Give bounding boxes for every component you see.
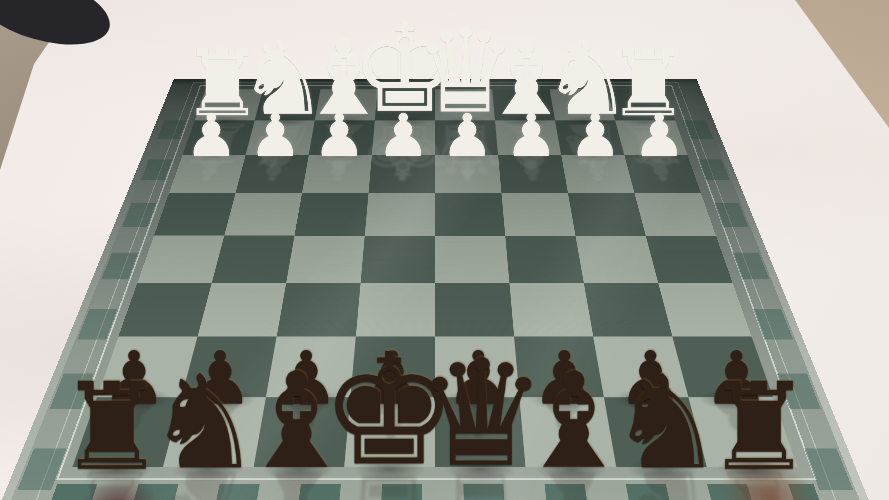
square-a8[interactable]: ♜♜ [689, 397, 798, 467]
piece-black-rook-a8[interactable]: ♜ [655, 367, 862, 487]
piece-white-pawn-a2[interactable]: ♟ [587, 106, 730, 165]
photo-scene: ♜♜♞♞♝♝♚♚♛♛♝♝♞♞♜♜♟♟♟♟♟♟♟♟♟♟♟♟♟♟♟♟♟♟♟♟♟♟♟♟… [0, 0, 889, 500]
square-a2[interactable]: ♟♟ [615, 120, 687, 154]
